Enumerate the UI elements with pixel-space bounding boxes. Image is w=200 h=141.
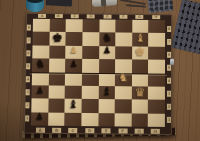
file-label-top-c: C	[71, 14, 79, 18]
piece-black-knight-e7[interactable]: ♞	[102, 33, 112, 44]
board-border-right: 87654321	[167, 22, 171, 127]
rank-label-left-7: 7	[27, 37, 31, 43]
file-label-top-e: E	[103, 15, 111, 19]
piece-white-king-g6[interactable]: ♚	[135, 46, 146, 58]
rank-label-right-6: 6	[167, 52, 171, 58]
rank-label-right-8: 8	[167, 26, 171, 32]
piece-black-pawn-a3[interactable]: ♟	[36, 86, 44, 95]
board-clasp	[170, 59, 174, 65]
file-label-bottom-f: F	[118, 128, 127, 133]
piece-white-queen-g3[interactable]: ♛	[135, 85, 146, 97]
rank-label-right-3: 3	[167, 91, 171, 97]
piece-black-king-b7[interactable]: ♚	[52, 31, 63, 43]
corner-shadow	[0, 101, 80, 141]
file-label-bottom-g: G	[135, 128, 144, 133]
rank-label-left-3: 3	[26, 89, 30, 95]
file-label-bottom-h: H	[151, 128, 160, 133]
piece-white-pawn-c6[interactable]: ♟	[70, 47, 78, 56]
file-label-top-b: B	[54, 14, 62, 18]
file-label-bottom-e: E	[102, 128, 111, 133]
blue-cup	[26, 0, 44, 12]
cup-opening	[27, 0, 43, 3]
piece-black-knight-a5[interactable]: ♞	[35, 58, 45, 69]
rank-label-right-4: 4	[167, 78, 171, 84]
rank-label-left-4: 4	[26, 76, 30, 82]
rank-label-left-8: 8	[27, 24, 31, 30]
file-label-bottom-d: D	[85, 128, 94, 133]
rank-label-right-5: 5	[167, 65, 171, 71]
rank-label-right-1: 1	[167, 117, 171, 123]
file-label-top-d: D	[87, 14, 95, 18]
rank-label-left-5: 5	[26, 63, 30, 69]
piece-white-bishop-g7[interactable]: ♝	[135, 33, 145, 44]
rank-label-right-7: 7	[167, 39, 171, 45]
piece-black-pawn-e6[interactable]: ♟	[103, 47, 111, 56]
rank-label-right-2: 2	[167, 104, 171, 110]
file-label-top-h: H	[152, 15, 160, 19]
piece-white-knight-f4[interactable]: ♞	[118, 73, 128, 84]
file-label-top-g: G	[136, 15, 144, 19]
file-label-top-a: A	[38, 14, 46, 18]
rank-label-left-6: 6	[26, 50, 30, 56]
piece-black-pawn-c5[interactable]: ♟	[70, 60, 78, 69]
file-label-top-f: F	[120, 15, 128, 19]
piece-black-bishop-e3[interactable]: ♝	[102, 86, 112, 97]
photo-scene: ABCDEFGH ABCDEFGH 87654321 87654321 ♚♞♝♟…	[0, 0, 200, 141]
